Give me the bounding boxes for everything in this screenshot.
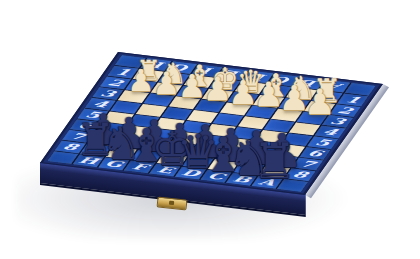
piece-white-pawn[interactable]: ♟ (153, 68, 181, 99)
piece-blue-rook[interactable]: ♜ (252, 136, 296, 185)
pieces-layer: ♜♞♝♛♚♝♞♜♟♟♟♟♟♟♟♟♟♟♟♟♟♟♟♟♜♞♝♛♚♝♞♜ (0, 0, 420, 259)
piece-white-pawn[interactable]: ♟ (304, 83, 335, 118)
product-photo-stage: HGFEDCBA1122334455667788HGFEDCBA ♜♞♝♛♚♝♞… (0, 0, 420, 259)
piece-white-pawn[interactable]: ♟ (178, 71, 206, 103)
piece-white-pawn[interactable]: ♟ (127, 66, 154, 96)
